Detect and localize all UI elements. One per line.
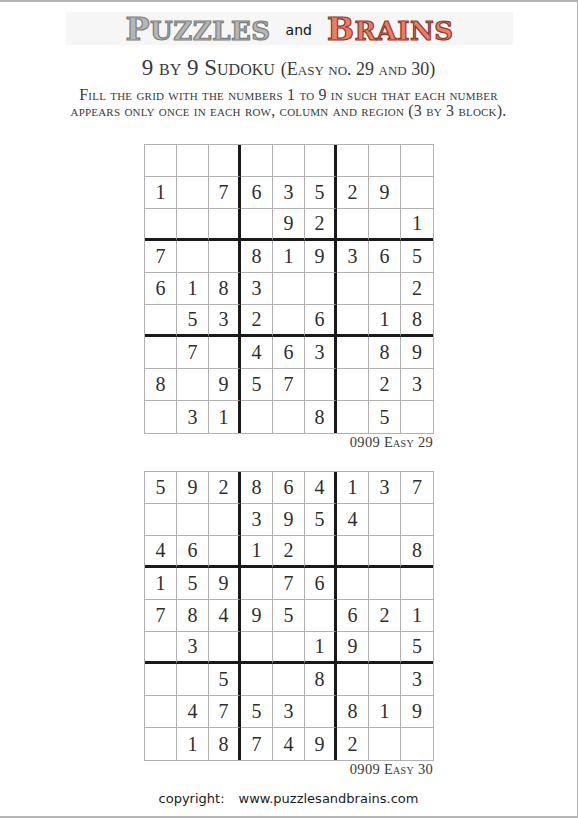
sudoku-cell-r5c3: 8 [209,273,241,305]
sudoku-cell-r2c5: 3 [273,177,305,209]
sudoku-cell-r3c1 [145,209,177,241]
sudoku-cell-r2c8: 9 [369,177,401,209]
sudoku-cell-r7c3 [209,337,241,369]
sudoku-cell-r3c5: 9 [273,209,305,241]
sudoku-cell-r9c9 [401,401,433,433]
sudoku-cell-r7c8: 8 [369,337,401,369]
sudoku-cell-r3c2: 6 [177,536,209,568]
sudoku-cell-r1c7: 1 [337,472,369,504]
instructions-line-1: Fill the grid with the numbers 1 to 9 in… [0,87,577,103]
sudoku-cell-r8c3: 9 [209,369,241,401]
sudoku-cell-r3c9: 1 [401,209,433,241]
sudoku-cell-r6c2: 5 [177,305,209,337]
sudoku-cell-r4c2 [177,241,209,273]
sudoku-cell-r5c8 [369,273,401,305]
sudoku-cell-r7c2: 7 [177,337,209,369]
puzzle-label-easy-29: 0909 Easy 29 [350,435,433,450]
sudoku-cell-r5c7: 6 [337,600,369,632]
sudoku-cell-r2c1: 1 [145,177,177,209]
sudoku-cell-r8c7 [337,369,369,401]
sudoku-cell-r3c3 [209,536,241,568]
sudoku-cell-r4c4: 8 [241,241,273,273]
sudoku-cell-r3c5: 2 [273,536,305,568]
sudoku-cell-r3c8 [369,209,401,241]
sudoku-cell-r9c2: 3 [177,401,209,433]
sudoku-cell-r2c3 [209,504,241,536]
sudoku-cell-r7c7 [337,664,369,696]
sudoku-cell-r1c1: 5 [145,472,177,504]
sudoku-cell-r5c1: 6 [145,273,177,305]
sudoku-cell-r9c1 [145,728,177,760]
sudoku-cell-r7c1 [145,337,177,369]
sudoku-cell-r4c7: 3 [337,241,369,273]
sudoku-grid-easy-30: 5928641373954461281597678495621319558347… [144,471,434,761]
sudoku-cell-r6c6: 1 [305,632,337,664]
sudoku-cell-r9c8 [369,728,401,760]
sudoku-cell-r4c6: 6 [305,568,337,600]
sudoku-cell-r2c9 [401,504,433,536]
sudoku-cell-r2c4: 3 [241,504,273,536]
sudoku-cell-r8c1: 8 [145,369,177,401]
sudoku-cell-r9c4 [241,401,273,433]
sudoku-cell-r1c6: 4 [305,472,337,504]
sudoku-cell-r3c9: 8 [401,536,433,568]
sudoku-cell-r9c8: 5 [369,401,401,433]
sudoku-cell-r7c9: 3 [401,664,433,696]
sudoku-cell-r1c3 [209,145,241,177]
logo-and-text: and [286,21,312,37]
sudoku-cell-r2c6: 5 [305,177,337,209]
sudoku-cell-r4c3 [209,241,241,273]
sudoku-cell-r5c3: 4 [209,600,241,632]
sudoku-cell-r1c4 [241,145,273,177]
sudoku-cell-r5c9: 2 [401,273,433,305]
sudoku-cell-r9c3: 8 [209,728,241,760]
sudoku-cell-r8c5: 7 [273,369,305,401]
sudoku-grid-easy-29: 1763529921781936561832532618746389895723… [144,144,434,434]
sudoku-cell-r2c2 [177,504,209,536]
sudoku-cell-r9c9 [401,728,433,760]
sudoku-cell-r8c5: 3 [273,696,305,728]
sudoku-cell-r1c9 [401,145,433,177]
sudoku-cell-r8c8: 2 [369,369,401,401]
sudoku-cell-r1c8: 3 [369,472,401,504]
sudoku-cell-r6c8 [369,632,401,664]
title-main: 9 by 9 Sudoku [142,55,275,80]
sudoku-cell-r9c1 [145,401,177,433]
sudoku-cell-r9c6: 8 [305,401,337,433]
sudoku-cell-r4c8 [369,568,401,600]
sudoku-cell-r3c6 [305,536,337,568]
sudoku-cell-r6c5 [273,305,305,337]
sudoku-cell-r8c6 [305,696,337,728]
sudoku-cell-r8c8: 1 [369,696,401,728]
sudoku-cell-r7c1 [145,664,177,696]
sudoku-cell-r6c8: 1 [369,305,401,337]
sudoku-cell-r8c7: 8 [337,696,369,728]
title-subtitle: (Easy no. 29 and 30) [281,59,435,79]
sudoku-cell-r1c3: 2 [209,472,241,504]
sudoku-cell-r4c6: 9 [305,241,337,273]
page-title: 9 by 9 Sudoku(Easy no. 29 and 30) [0,55,577,81]
sudoku-cell-r2c9 [401,177,433,209]
instructions-line-2: appears only once in each row, column an… [0,103,577,119]
sudoku-cell-r2c1 [145,504,177,536]
sudoku-cell-r3c3 [209,209,241,241]
sudoku-cell-r5c4: 3 [241,273,273,305]
sudoku-cell-r6c3: 3 [209,305,241,337]
sudoku-cell-r7c4 [241,664,273,696]
sudoku-cell-r6c9: 8 [401,305,433,337]
sudoku-cell-r1c8 [369,145,401,177]
sudoku-cell-r8c4: 5 [241,696,273,728]
logo-puzzles-wordmark: Puzzles [126,13,271,45]
sudoku-cell-r4c9 [401,568,433,600]
sudoku-cell-r8c4: 5 [241,369,273,401]
sudoku-cell-r1c7 [337,145,369,177]
copyright-line: copyright:www.puzzlesandbrains.com [0,791,577,806]
sudoku-cell-r6c4 [241,632,273,664]
instructions: Fill the grid with the numbers 1 to 9 in… [0,87,577,119]
sudoku-cell-r6c6: 6 [305,305,337,337]
sudoku-cell-r9c5: 4 [273,728,305,760]
sudoku-cell-r2c4: 6 [241,177,273,209]
sudoku-cell-r1c2: 9 [177,472,209,504]
sudoku-cell-r2c8 [369,504,401,536]
sudoku-cell-r6c7 [337,305,369,337]
sudoku-cell-r9c7 [337,401,369,433]
sudoku-cell-r6c7: 9 [337,632,369,664]
sudoku-cell-r7c2 [177,664,209,696]
sudoku-cell-r7c4: 4 [241,337,273,369]
sudoku-cell-r8c9: 3 [401,369,433,401]
sudoku-cell-r3c7 [337,209,369,241]
website-url: www.puzzlesandbrains.com [239,791,419,806]
sudoku-cell-r1c9: 7 [401,472,433,504]
sudoku-cell-r8c3: 7 [209,696,241,728]
sudoku-cell-r3c4: 1 [241,536,273,568]
sudoku-cell-r5c6 [305,273,337,305]
sudoku-cell-r3c2 [177,209,209,241]
copyright-label: copyright: [159,791,225,806]
sudoku-cell-r7c6: 3 [305,337,337,369]
sudoku-cell-r3c8 [369,536,401,568]
sudoku-cell-r6c2: 3 [177,632,209,664]
sudoku-cell-r5c8: 2 [369,600,401,632]
sudoku-cell-r4c8: 6 [369,241,401,273]
sudoku-cell-r6c1 [145,632,177,664]
sudoku-cell-r9c7: 2 [337,728,369,760]
sudoku-cell-r6c3 [209,632,241,664]
sudoku-cell-r5c4: 9 [241,600,273,632]
sudoku-cell-r9c2: 1 [177,728,209,760]
sudoku-cell-r2c3: 7 [209,177,241,209]
logo-brains-wordmark: Brains [327,13,454,45]
sudoku-cell-r9c5 [273,401,305,433]
sudoku-cell-r5c1: 7 [145,600,177,632]
sudoku-cell-r4c1: 1 [145,568,177,600]
sudoku-cell-r4c2: 5 [177,568,209,600]
sudoku-cell-r8c2 [177,369,209,401]
sudoku-cell-r5c5: 5 [273,600,305,632]
sudoku-cell-r4c4 [241,568,273,600]
sudoku-cell-r3c6: 2 [305,209,337,241]
sudoku-cell-r7c5: 6 [273,337,305,369]
sudoku-cell-r5c9: 1 [401,600,433,632]
sudoku-cell-r1c5 [273,145,305,177]
sudoku-cell-r4c1: 7 [145,241,177,273]
sudoku-cell-r1c2 [177,145,209,177]
sudoku-worksheet-page: Puzzles and Brains 9 by 9 Sudoku(Easy no… [0,0,578,818]
sudoku-cell-r5c5 [273,273,305,305]
sudoku-cell-r8c1 [145,696,177,728]
sudoku-cell-r6c1 [145,305,177,337]
sudoku-cell-r5c2: 8 [177,600,209,632]
sudoku-cell-r7c5 [273,664,305,696]
sudoku-cell-r5c6 [305,600,337,632]
sudoku-cell-r7c7 [337,337,369,369]
sudoku-cell-r2c2 [177,177,209,209]
logo-banner: Puzzles and Brains [66,12,513,45]
sudoku-cell-r7c3: 5 [209,664,241,696]
sudoku-cell-r3c4 [241,209,273,241]
sudoku-cell-r7c6: 8 [305,664,337,696]
sudoku-cell-r5c2: 1 [177,273,209,305]
sudoku-cell-r8c2: 4 [177,696,209,728]
sudoku-cell-r4c5: 1 [273,241,305,273]
sudoku-cell-r9c3: 1 [209,401,241,433]
sudoku-cell-r9c6: 9 [305,728,337,760]
puzzle-label-easy-30: 0909 Easy 30 [350,762,433,777]
sudoku-cell-r4c7 [337,568,369,600]
sudoku-cell-r6c5 [273,632,305,664]
sudoku-cell-r4c5: 7 [273,568,305,600]
sudoku-cell-r6c4: 2 [241,305,273,337]
sudoku-cell-r1c1 [145,145,177,177]
sudoku-cell-r8c9: 9 [401,696,433,728]
sudoku-cell-r2c5: 9 [273,504,305,536]
sudoku-cell-r7c8 [369,664,401,696]
sudoku-cell-r2c7: 2 [337,177,369,209]
sudoku-cell-r8c6 [305,369,337,401]
sudoku-cell-r9c4: 7 [241,728,273,760]
sudoku-cell-r6c9: 5 [401,632,433,664]
sudoku-cell-r3c7 [337,536,369,568]
sudoku-cell-r5c7 [337,273,369,305]
sudoku-cell-r2c6: 5 [305,504,337,536]
sudoku-cell-r4c3: 9 [209,568,241,600]
sudoku-cell-r3c1: 4 [145,536,177,568]
sudoku-cell-r4c9: 5 [401,241,433,273]
sudoku-cell-r7c9: 9 [401,337,433,369]
sudoku-cell-r1c5: 6 [273,472,305,504]
sudoku-cell-r1c4: 8 [241,472,273,504]
sudoku-cell-r1c6 [305,145,337,177]
sudoku-cell-r2c7: 4 [337,504,369,536]
